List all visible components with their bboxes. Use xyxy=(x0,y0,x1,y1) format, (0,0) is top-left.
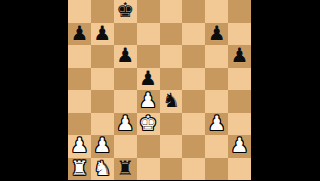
square-d7[interactable] xyxy=(137,23,160,46)
black-knight-piece: ♞ xyxy=(162,90,180,110)
square-f6[interactable] xyxy=(182,45,205,68)
square-d4[interactable]: ♟ xyxy=(137,90,160,113)
white-pawn-piece: ♟ xyxy=(139,90,157,110)
square-g2[interactable] xyxy=(205,135,228,158)
square-b8[interactable] xyxy=(91,0,114,23)
white-king-piece: ♚ xyxy=(139,113,157,133)
white-pawn-piece: ♟ xyxy=(208,113,226,133)
square-c6[interactable]: ♟ xyxy=(114,45,137,68)
square-d2[interactable] xyxy=(137,135,160,158)
square-f4[interactable] xyxy=(182,90,205,113)
square-a7[interactable]: ♟ xyxy=(68,23,91,46)
square-c7[interactable] xyxy=(114,23,137,46)
black-pawn-piece: ♟ xyxy=(93,23,111,43)
square-e5[interactable] xyxy=(160,68,183,91)
square-b7[interactable]: ♟ xyxy=(91,23,114,46)
square-d1[interactable] xyxy=(137,158,160,181)
letterboxed-frame: ♚♟♟♟♟♟♟♟♞♟♚♟♟♟♟♜♞♜ xyxy=(0,0,320,180)
square-a2[interactable]: ♟ xyxy=(68,135,91,158)
square-c8[interactable]: ♚ xyxy=(114,0,137,23)
square-h2[interactable]: ♟ xyxy=(228,135,251,158)
chess-board: ♚♟♟♟♟♟♟♟♞♟♚♟♟♟♟♜♞♜ xyxy=(68,0,251,180)
square-b1[interactable]: ♞ xyxy=(91,158,114,181)
square-e2[interactable] xyxy=(160,135,183,158)
square-h4[interactable] xyxy=(228,90,251,113)
square-h3[interactable] xyxy=(228,113,251,136)
square-e8[interactable] xyxy=(160,0,183,23)
square-d8[interactable] xyxy=(137,0,160,23)
square-g3[interactable]: ♟ xyxy=(205,113,228,136)
square-c2[interactable] xyxy=(114,135,137,158)
square-e7[interactable] xyxy=(160,23,183,46)
square-f3[interactable] xyxy=(182,113,205,136)
square-a6[interactable] xyxy=(68,45,91,68)
black-pawn-piece: ♟ xyxy=(116,45,134,65)
white-pawn-piece: ♟ xyxy=(116,113,134,133)
square-d3[interactable]: ♚ xyxy=(137,113,160,136)
square-e1[interactable] xyxy=(160,158,183,181)
square-b4[interactable] xyxy=(91,90,114,113)
square-g7[interactable]: ♟ xyxy=(205,23,228,46)
white-pawn-piece: ♟ xyxy=(231,135,249,155)
black-rook-piece: ♜ xyxy=(116,158,134,178)
square-c4[interactable] xyxy=(114,90,137,113)
square-e6[interactable] xyxy=(160,45,183,68)
square-h8[interactable] xyxy=(228,0,251,23)
square-e3[interactable] xyxy=(160,113,183,136)
square-a3[interactable] xyxy=(68,113,91,136)
square-c1[interactable]: ♜ xyxy=(114,158,137,181)
black-pawn-piece: ♟ xyxy=(231,45,249,65)
square-h6[interactable]: ♟ xyxy=(228,45,251,68)
square-b2[interactable]: ♟ xyxy=(91,135,114,158)
square-e4[interactable]: ♞ xyxy=(160,90,183,113)
square-a5[interactable] xyxy=(68,68,91,91)
white-pawn-piece: ♟ xyxy=(70,135,88,155)
black-king-piece: ♚ xyxy=(116,0,134,20)
square-f8[interactable] xyxy=(182,0,205,23)
square-b3[interactable] xyxy=(91,113,114,136)
square-d5[interactable]: ♟ xyxy=(137,68,160,91)
white-pawn-piece: ♟ xyxy=(93,135,111,155)
square-a8[interactable] xyxy=(68,0,91,23)
square-g5[interactable] xyxy=(205,68,228,91)
square-a1[interactable]: ♜ xyxy=(68,158,91,181)
square-f7[interactable] xyxy=(182,23,205,46)
square-c3[interactable]: ♟ xyxy=(114,113,137,136)
black-pawn-piece: ♟ xyxy=(70,23,88,43)
square-b6[interactable] xyxy=(91,45,114,68)
square-f1[interactable] xyxy=(182,158,205,181)
square-d6[interactable] xyxy=(137,45,160,68)
black-pawn-piece: ♟ xyxy=(208,23,226,43)
white-knight-piece: ♞ xyxy=(93,158,111,178)
square-g8[interactable] xyxy=(205,0,228,23)
white-rook-piece: ♜ xyxy=(70,158,88,178)
square-c5[interactable] xyxy=(114,68,137,91)
black-pawn-piece: ♟ xyxy=(139,68,157,88)
square-b5[interactable] xyxy=(91,68,114,91)
square-f2[interactable] xyxy=(182,135,205,158)
square-a4[interactable] xyxy=(68,90,91,113)
square-h7[interactable] xyxy=(228,23,251,46)
square-g1[interactable] xyxy=(205,158,228,181)
square-g4[interactable] xyxy=(205,90,228,113)
square-g6[interactable] xyxy=(205,45,228,68)
square-h1[interactable] xyxy=(228,158,251,181)
square-h5[interactable] xyxy=(228,68,251,91)
square-f5[interactable] xyxy=(182,68,205,91)
